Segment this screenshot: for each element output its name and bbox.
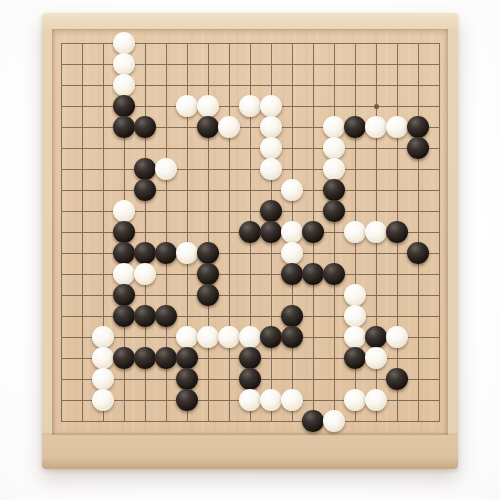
stone-white (365, 389, 387, 411)
stone-black (134, 347, 156, 369)
star-point (374, 104, 379, 109)
stone-black (260, 221, 282, 243)
stone-white (365, 347, 387, 369)
stone-black (239, 221, 261, 243)
stone-black (113, 347, 135, 369)
stone-white (134, 263, 156, 285)
stone-black (407, 116, 429, 138)
stone-white (260, 116, 282, 138)
stone-black (113, 305, 135, 327)
stone-black (197, 242, 219, 264)
stone-black (155, 347, 177, 369)
stone-black (176, 389, 198, 411)
stone-white (176, 242, 198, 264)
stone-white (113, 53, 135, 75)
stone-white (92, 389, 114, 411)
stone-white (260, 137, 282, 159)
stone-black (197, 116, 219, 138)
stone-white (113, 263, 135, 285)
stone-black (407, 242, 429, 264)
stone-black (323, 263, 345, 285)
stone-white (344, 305, 366, 327)
stone-white (281, 179, 303, 201)
stone-black (155, 305, 177, 327)
go-board (42, 13, 458, 469)
stone-black (176, 368, 198, 390)
stone-white (386, 326, 408, 348)
stone-white (323, 158, 345, 180)
stone-black (113, 116, 135, 138)
stone-white (113, 32, 135, 54)
stone-white (92, 368, 114, 390)
stone-black (344, 116, 366, 138)
stone-white (218, 116, 240, 138)
stone-black (113, 284, 135, 306)
stone-white (323, 137, 345, 159)
stone-white (344, 326, 366, 348)
stone-white (386, 116, 408, 138)
stone-black (134, 116, 156, 138)
stone-black (302, 263, 324, 285)
stone-white (344, 389, 366, 411)
photo-background (0, 0, 500, 500)
stone-white (323, 410, 345, 432)
stone-white (365, 221, 387, 243)
stone-white (197, 326, 219, 348)
stone-white (344, 221, 366, 243)
stone-black (134, 242, 156, 264)
stone-black (260, 326, 282, 348)
stone-black (134, 305, 156, 327)
stone-white (176, 326, 198, 348)
stone-black (176, 347, 198, 369)
stone-black (386, 368, 408, 390)
stone-white (113, 74, 135, 96)
board-surface (52, 29, 448, 435)
stone-black (113, 95, 135, 117)
stone-white (365, 116, 387, 138)
stone-black (386, 221, 408, 243)
stone-black (281, 326, 303, 348)
stone-black (113, 242, 135, 264)
stone-black (344, 347, 366, 369)
stone-black (197, 263, 219, 285)
stone-black (155, 242, 177, 264)
stone-white (260, 158, 282, 180)
stone-black (281, 263, 303, 285)
stone-white (260, 389, 282, 411)
stone-black (239, 368, 261, 390)
stone-white (239, 389, 261, 411)
stone-white (281, 242, 303, 264)
stone-black (134, 179, 156, 201)
stone-black (239, 347, 261, 369)
stone-white (344, 284, 366, 306)
stone-white (281, 389, 303, 411)
stone-black (260, 200, 282, 222)
stone-white (281, 221, 303, 243)
stone-white (92, 326, 114, 348)
stone-white (218, 326, 240, 348)
stone-white (197, 95, 219, 117)
stone-white (239, 95, 261, 117)
stone-black (323, 200, 345, 222)
stone-black (302, 410, 324, 432)
stone-white (176, 95, 198, 117)
stone-black (134, 158, 156, 180)
stone-white (323, 116, 345, 138)
stone-black (197, 284, 219, 306)
stone-black (113, 221, 135, 243)
stone-black (407, 137, 429, 159)
stone-white (113, 200, 135, 222)
stone-white (155, 158, 177, 180)
stone-white (260, 95, 282, 117)
stone-black (302, 221, 324, 243)
stone-white (92, 347, 114, 369)
stone-black (323, 179, 345, 201)
stone-black (281, 305, 303, 327)
stone-black (365, 326, 387, 348)
stone-white (239, 326, 261, 348)
